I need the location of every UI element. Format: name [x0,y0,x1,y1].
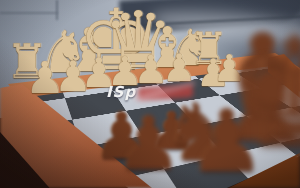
piece-black-pawn: ♟ [184,106,270,177]
black-near-pieces-layer: ♟♟♟♞♟ [0,0,300,188]
photo-scene: ♜♞♝♚♛♝♞♜♟♟♟♟♟♟♟♟ ISp ♝♚ ♟♟♟♞♟ [0,0,300,188]
